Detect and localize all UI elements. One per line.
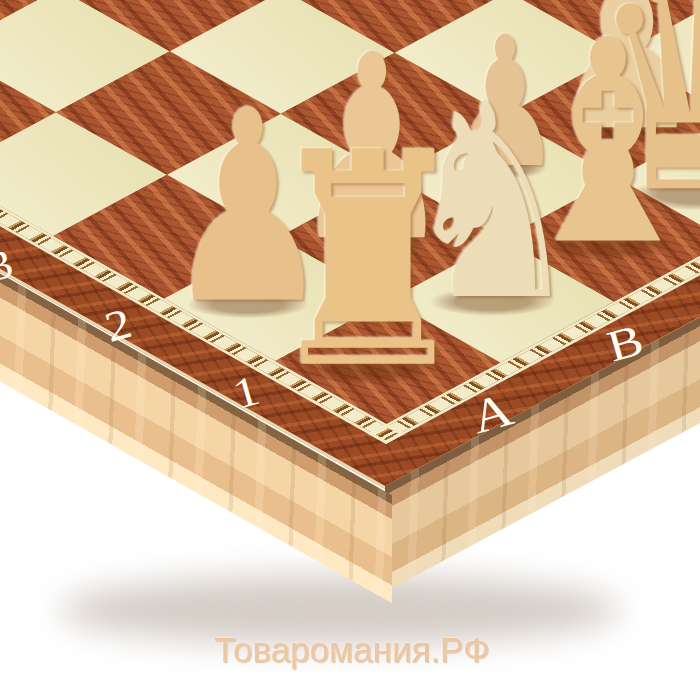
watermark: Товаромания.РФ	[214, 630, 489, 670]
chessboard-photo-scene: 321AB ♟♟♛♟♝♞♟♜ Товаромания.РФ	[0, 0, 700, 700]
white-rook-a1: ♜	[262, 114, 474, 409]
